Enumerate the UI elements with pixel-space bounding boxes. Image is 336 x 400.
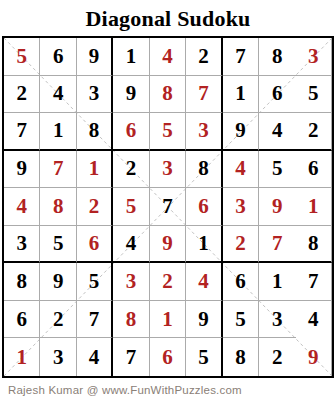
- cell-r7c8: 1: [259, 263, 295, 301]
- cell-r6c3: 6: [77, 226, 113, 264]
- cell-r4c2: 7: [40, 151, 76, 189]
- cell-r2c3: 3: [77, 76, 113, 114]
- cell-r7c7: 6: [223, 263, 259, 301]
- cell-r1c8: 8: [259, 38, 295, 76]
- cell-r7c2: 9: [40, 263, 76, 301]
- cell-r8c5: 1: [150, 301, 186, 339]
- cell-r5c4: 5: [113, 188, 149, 226]
- cell-r3c6: 3: [186, 113, 222, 151]
- cell-r9c3: 4: [77, 338, 113, 376]
- cell-r2c8: 6: [259, 76, 295, 114]
- cell-r8c1: 6: [4, 301, 40, 339]
- cell-r3c7: 9: [223, 113, 259, 151]
- cell-r9c2: 3: [40, 338, 76, 376]
- cell-r4c4: 2: [113, 151, 149, 189]
- cell-r1c1: 5: [4, 38, 40, 76]
- cell-r7c1: 8: [4, 263, 40, 301]
- cell-r6c7: 2: [223, 226, 259, 264]
- cell-r1c4: 1: [113, 38, 149, 76]
- cell-r2c7: 1: [223, 76, 259, 114]
- cell-r1c7: 7: [223, 38, 259, 76]
- cell-r5c7: 3: [223, 188, 259, 226]
- cell-r2c5: 8: [150, 76, 186, 114]
- cell-r5c6: 6: [186, 188, 222, 226]
- cell-r5c5: 7: [150, 188, 186, 226]
- cell-r8c8: 3: [259, 301, 295, 339]
- cell-r8c7: 5: [223, 301, 259, 339]
- cell-r9c8: 2: [259, 338, 295, 376]
- cell-r3c5: 5: [150, 113, 186, 151]
- cell-r2c2: 4: [40, 76, 76, 114]
- cell-r5c2: 8: [40, 188, 76, 226]
- cell-r6c6: 1: [186, 226, 222, 264]
- cell-r5c3: 2: [77, 188, 113, 226]
- cell-r9c9: 9: [296, 338, 332, 376]
- cell-r4c5: 3: [150, 151, 186, 189]
- cell-r1c5: 4: [150, 38, 186, 76]
- cell-r4c7: 4: [223, 151, 259, 189]
- cell-r5c8: 9: [259, 188, 295, 226]
- cell-r2c9: 5: [296, 76, 332, 114]
- cell-r3c1: 7: [4, 113, 40, 151]
- cell-r6c1: 3: [4, 226, 40, 264]
- cell-r1c6: 2: [186, 38, 222, 76]
- cell-r4c3: 1: [77, 151, 113, 189]
- cell-r6c4: 4: [113, 226, 149, 264]
- cell-r7c5: 2: [150, 263, 186, 301]
- cell-r2c6: 7: [186, 76, 222, 114]
- cell-r3c3: 8: [77, 113, 113, 151]
- cell-r7c4: 3: [113, 263, 149, 301]
- cell-r3c2: 1: [40, 113, 76, 151]
- cell-r9c7: 8: [223, 338, 259, 376]
- cell-r3c8: 4: [259, 113, 295, 151]
- cell-r9c1: 1: [4, 338, 40, 376]
- cell-r9c4: 7: [113, 338, 149, 376]
- page-title: Diagonal Sudoku: [0, 0, 336, 35]
- cell-r6c8: 7: [259, 226, 295, 264]
- cell-r4c9: 6: [296, 151, 332, 189]
- cell-r2c1: 2: [4, 76, 40, 114]
- cell-r4c8: 5: [259, 151, 295, 189]
- sudoku-grid: 5691427832439871657186539429712384564825…: [2, 36, 334, 378]
- cell-r1c2: 6: [40, 38, 76, 76]
- cell-r7c3: 5: [77, 263, 113, 301]
- cell-r6c5: 9: [150, 226, 186, 264]
- cell-r5c9: 1: [296, 188, 332, 226]
- cell-r6c9: 8: [296, 226, 332, 264]
- cell-r4c6: 8: [186, 151, 222, 189]
- cell-r8c4: 8: [113, 301, 149, 339]
- cell-r6c2: 5: [40, 226, 76, 264]
- cell-r1c3: 9: [77, 38, 113, 76]
- cell-r5c1: 4: [4, 188, 40, 226]
- cell-r8c2: 2: [40, 301, 76, 339]
- cell-r7c9: 7: [296, 263, 332, 301]
- cell-r7c6: 4: [186, 263, 222, 301]
- page: Diagonal Sudoku 569142783243987165718653…: [0, 0, 336, 400]
- cell-r8c6: 9: [186, 301, 222, 339]
- cell-r8c3: 7: [77, 301, 113, 339]
- cell-r3c9: 2: [296, 113, 332, 151]
- cell-r1c9: 3: [296, 38, 332, 76]
- cell-r8c9: 4: [296, 301, 332, 339]
- cell-r2c4: 9: [113, 76, 149, 114]
- cell-r4c1: 9: [4, 151, 40, 189]
- credit-text: Rajesh Kumar @ www.FunWithPuzzles.com: [8, 384, 336, 396]
- cell-r9c6: 5: [186, 338, 222, 376]
- cell-r3c4: 6: [113, 113, 149, 151]
- cell-r9c5: 6: [150, 338, 186, 376]
